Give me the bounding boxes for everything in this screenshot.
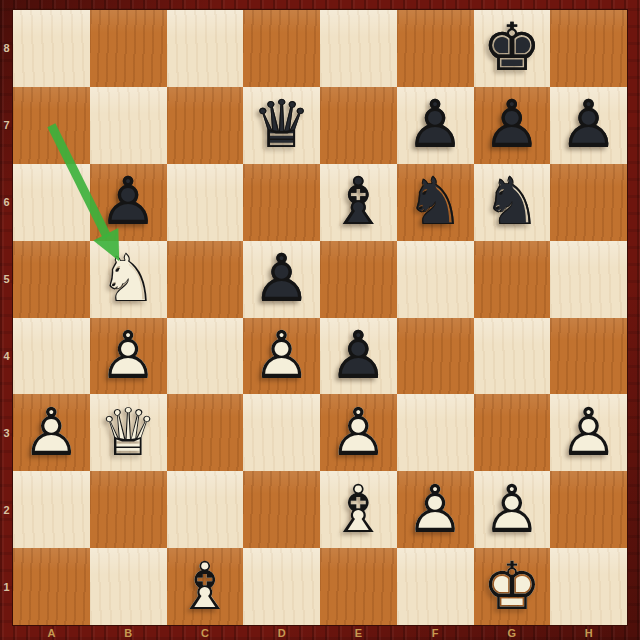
- white-pawn[interactable]: ♟♙: [90, 318, 167, 395]
- square-b4[interactable]: ♟♙: [90, 318, 167, 395]
- white-pawn[interactable]: ♟♙: [474, 471, 551, 548]
- square-e1[interactable]: [320, 548, 397, 625]
- square-a2[interactable]: [13, 471, 90, 548]
- square-f5[interactable]: [397, 241, 474, 318]
- square-b5[interactable]: ♞♘: [90, 241, 167, 318]
- file-label-c: C: [167, 625, 244, 640]
- square-h3[interactable]: ♟♙: [550, 394, 627, 471]
- square-a5[interactable]: [13, 241, 90, 318]
- square-c7[interactable]: [167, 87, 244, 164]
- rank-label-5: 5: [0, 241, 13, 318]
- square-a1[interactable]: [13, 548, 90, 625]
- white-knight[interactable]: ♞♘: [90, 241, 167, 318]
- square-h5[interactable]: [550, 241, 627, 318]
- rank-label-7: 7: [0, 87, 13, 164]
- square-g6[interactable]: ♞♘: [474, 164, 551, 241]
- black-pawn[interactable]: ♟♙: [243, 241, 320, 318]
- square-h7[interactable]: ♟♙: [550, 87, 627, 164]
- rank-label-3: 3: [0, 394, 13, 471]
- black-pawn[interactable]: ♟♙: [550, 87, 627, 164]
- file-label-h: H: [550, 625, 627, 640]
- black-pawn[interactable]: ♟♙: [90, 164, 167, 241]
- square-d6[interactable]: [243, 164, 320, 241]
- black-pawn[interactable]: ♟♙: [397, 87, 474, 164]
- file-labels: ABCDEFGH: [13, 625, 627, 640]
- square-c6[interactable]: [167, 164, 244, 241]
- white-king[interactable]: ♚♔: [474, 548, 551, 625]
- square-b8[interactable]: [90, 10, 167, 87]
- square-c5[interactable]: [167, 241, 244, 318]
- square-d7[interactable]: ♛♕: [243, 87, 320, 164]
- square-h8[interactable]: [550, 10, 627, 87]
- square-c8[interactable]: [167, 10, 244, 87]
- square-g4[interactable]: [474, 318, 551, 395]
- square-e7[interactable]: [320, 87, 397, 164]
- square-f7[interactable]: ♟♙: [397, 87, 474, 164]
- black-knight[interactable]: ♞♘: [397, 164, 474, 241]
- black-king[interactable]: ♚♔: [474, 10, 551, 87]
- square-h6[interactable]: [550, 164, 627, 241]
- square-d2[interactable]: [243, 471, 320, 548]
- square-g3[interactable]: [474, 394, 551, 471]
- white-queen[interactable]: ♛♕: [90, 394, 167, 471]
- square-d8[interactable]: [243, 10, 320, 87]
- chess-board-screenshot: 87654321 ABCDEFGH ♚♔♛♕♟♙♟♙♟♙♟♙♝♗♞♘♞♘♞♘♟♙…: [0, 0, 640, 640]
- square-b7[interactable]: [90, 87, 167, 164]
- square-d5[interactable]: ♟♙: [243, 241, 320, 318]
- square-b1[interactable]: [90, 548, 167, 625]
- square-g7[interactable]: ♟♙: [474, 87, 551, 164]
- file-label-d: D: [243, 625, 320, 640]
- square-e2[interactable]: ♝♗: [320, 471, 397, 548]
- white-bishop[interactable]: ♝♗: [320, 471, 397, 548]
- square-e3[interactable]: ♟♙: [320, 394, 397, 471]
- square-e8[interactable]: [320, 10, 397, 87]
- square-a8[interactable]: [13, 10, 90, 87]
- rank-label-8: 8: [0, 10, 13, 87]
- square-a7[interactable]: [13, 87, 90, 164]
- square-f8[interactable]: [397, 10, 474, 87]
- file-label-f: F: [397, 625, 474, 640]
- rank-label-6: 6: [0, 164, 13, 241]
- rank-label-2: 2: [0, 471, 13, 548]
- file-label-g: G: [474, 625, 551, 640]
- square-f6[interactable]: ♞♘: [397, 164, 474, 241]
- square-g8[interactable]: ♚♔: [474, 10, 551, 87]
- square-h2[interactable]: [550, 471, 627, 548]
- square-f4[interactable]: [397, 318, 474, 395]
- square-h1[interactable]: [550, 548, 627, 625]
- file-label-a: A: [13, 625, 90, 640]
- square-d1[interactable]: [243, 548, 320, 625]
- square-c2[interactable]: [167, 471, 244, 548]
- white-pawn[interactable]: ♟♙: [397, 471, 474, 548]
- square-a3[interactable]: ♟♙: [13, 394, 90, 471]
- file-label-b: B: [90, 625, 167, 640]
- square-g1[interactable]: ♚♔: [474, 548, 551, 625]
- black-pawn[interactable]: ♟♙: [320, 318, 397, 395]
- square-b2[interactable]: [90, 471, 167, 548]
- square-g2[interactable]: ♟♙: [474, 471, 551, 548]
- square-f2[interactable]: ♟♙: [397, 471, 474, 548]
- square-a4[interactable]: [13, 318, 90, 395]
- file-label-e: E: [320, 625, 397, 640]
- square-f3[interactable]: [397, 394, 474, 471]
- white-pawn[interactable]: ♟♙: [13, 394, 90, 471]
- white-pawn[interactable]: ♟♙: [243, 318, 320, 395]
- square-e5[interactable]: [320, 241, 397, 318]
- square-c4[interactable]: [167, 318, 244, 395]
- square-c3[interactable]: [167, 394, 244, 471]
- rank-labels: 87654321: [0, 10, 13, 625]
- white-bishop[interactable]: ♝♗: [167, 548, 244, 625]
- black-knight[interactable]: ♞♘: [474, 164, 551, 241]
- square-b6[interactable]: ♟♙: [90, 164, 167, 241]
- square-e6[interactable]: ♝♗: [320, 164, 397, 241]
- square-f1[interactable]: [397, 548, 474, 625]
- white-pawn[interactable]: ♟♙: [320, 394, 397, 471]
- rank-label-1: 1: [0, 548, 13, 625]
- square-d3[interactable]: [243, 394, 320, 471]
- white-pawn[interactable]: ♟♙: [550, 394, 627, 471]
- square-c1[interactable]: ♝♗: [167, 548, 244, 625]
- black-bishop[interactable]: ♝♗: [320, 164, 397, 241]
- rank-label-4: 4: [0, 318, 13, 395]
- chess-board: ♚♔♛♕♟♙♟♙♟♙♟♙♝♗♞♘♞♘♞♘♟♙♟♙♟♙♟♙♟♙♛♕♟♙♟♙♝♗♟♙…: [13, 10, 627, 625]
- black-queen[interactable]: ♛♕: [243, 87, 320, 164]
- square-d4[interactable]: ♟♙: [243, 318, 320, 395]
- black-pawn[interactable]: ♟♙: [474, 87, 551, 164]
- square-g5[interactable]: [474, 241, 551, 318]
- square-h4[interactable]: [550, 318, 627, 395]
- square-b3[interactable]: ♛♕: [90, 394, 167, 471]
- square-a6[interactable]: [13, 164, 90, 241]
- square-e4[interactable]: ♟♙: [320, 318, 397, 395]
